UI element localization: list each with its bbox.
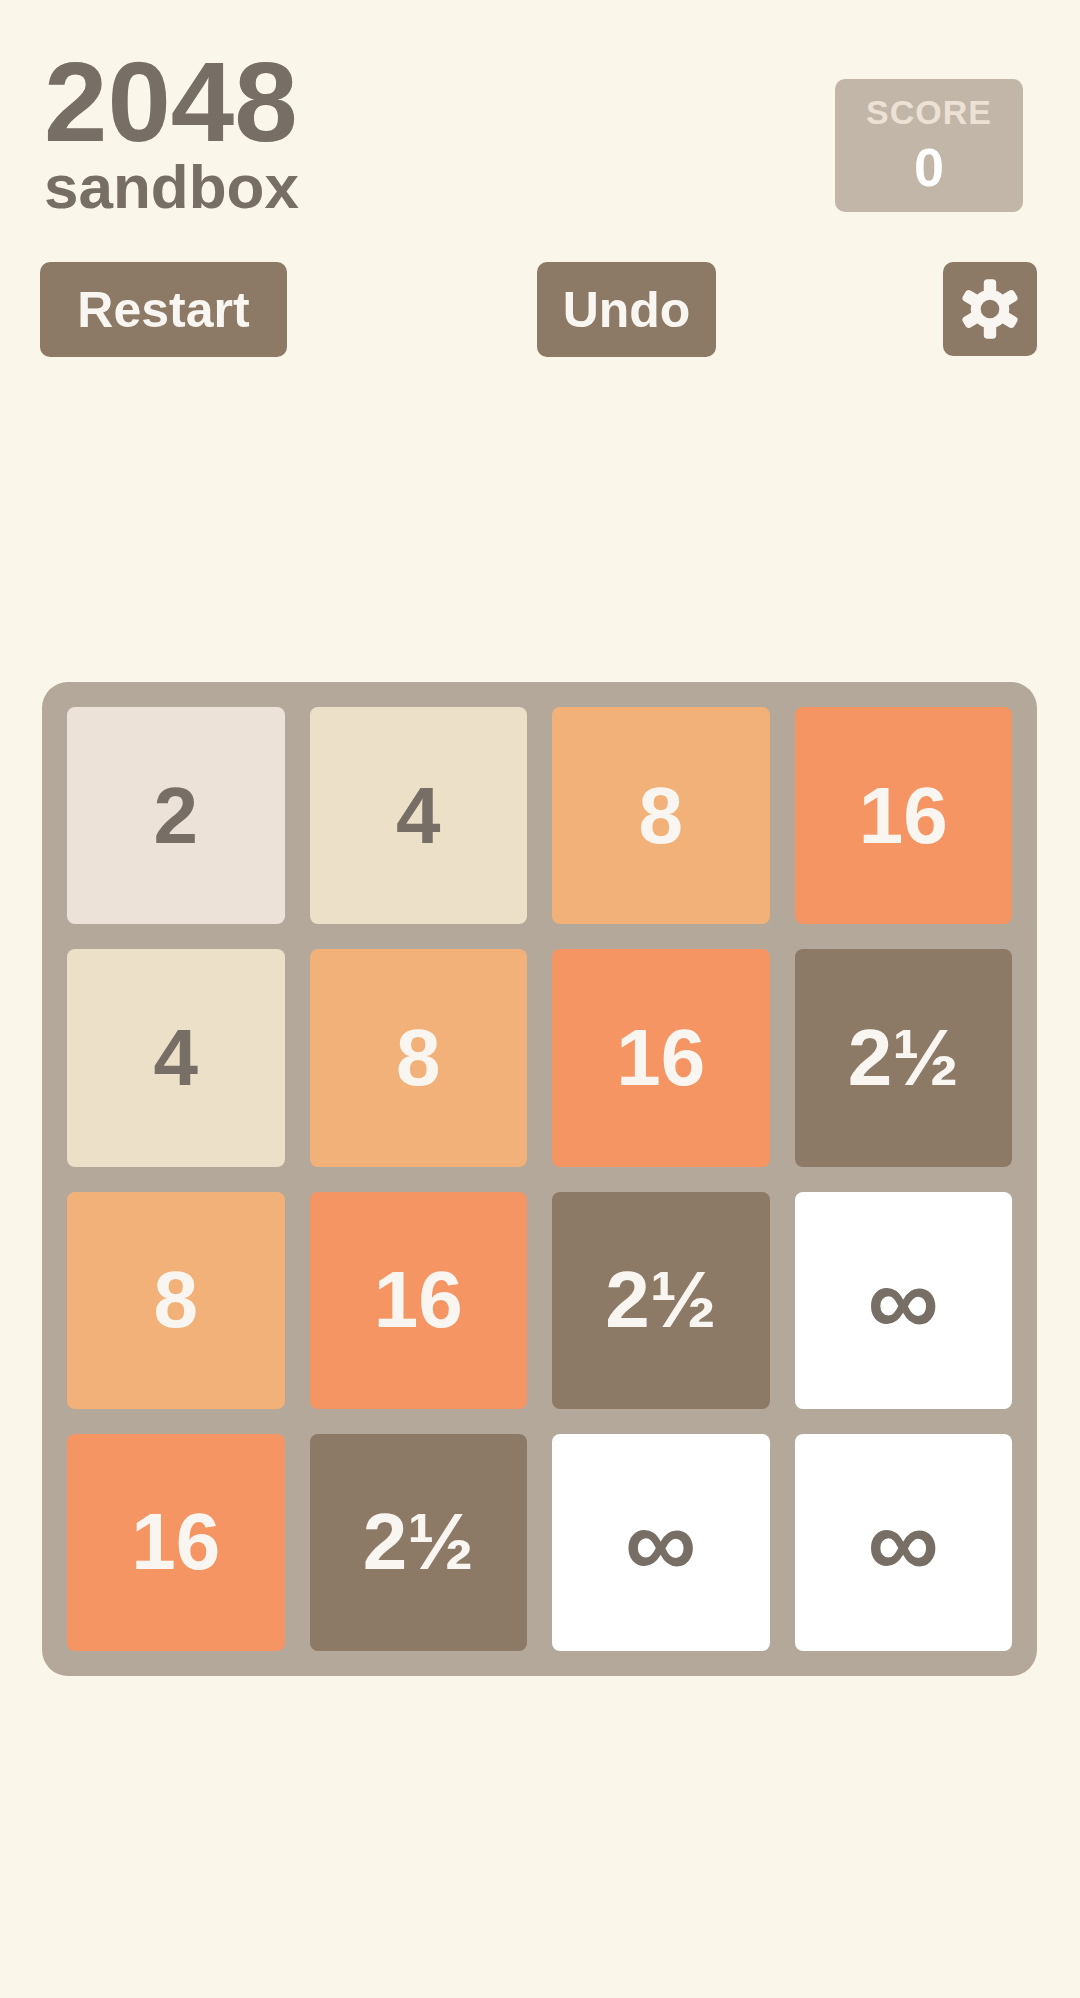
tile-r3c1[interactable]: 8 [67, 1192, 285, 1409]
tile-r4c4[interactable]: ∞ [795, 1434, 1013, 1651]
tile-r2c2[interactable]: 8 [310, 949, 528, 1166]
tile-r3c4[interactable]: ∞ [795, 1192, 1013, 1409]
tile-r4c2[interactable]: 2½ [310, 1434, 528, 1651]
tile-r3c2[interactable]: 16 [310, 1192, 528, 1409]
tile-r3c3[interactable]: 2½ [552, 1192, 770, 1409]
score-label: SCORE [866, 93, 992, 132]
app-title: 2048 [44, 44, 299, 160]
tile-r4c3[interactable]: ∞ [552, 1434, 770, 1651]
tile-r1c1[interactable]: 2 [67, 707, 285, 924]
title-block: 2048 sandbox [44, 44, 299, 213]
tile-r4c1[interactable]: 16 [67, 1434, 285, 1651]
score-box: SCORE 0 [835, 79, 1023, 212]
tile-r1c3[interactable]: 8 [552, 707, 770, 924]
settings-button[interactable] [943, 262, 1037, 356]
game-board[interactable]: 2 4 8 16 4 8 16 2½ 8 16 2½ ∞ 16 2½ ∞ ∞ [42, 682, 1037, 1676]
tile-r2c3[interactable]: 16 [552, 949, 770, 1166]
tile-r1c2[interactable]: 4 [310, 707, 528, 924]
score-value: 0 [914, 136, 944, 198]
app-subtitle: sandbox [44, 162, 299, 213]
restart-button[interactable]: Restart [40, 262, 287, 357]
tile-r2c1[interactable]: 4 [67, 949, 285, 1166]
tile-r1c4[interactable]: 16 [795, 707, 1013, 924]
undo-button[interactable]: Undo [537, 262, 716, 357]
page-root: { "app": { "title": "2048", "subtitle": … [0, 0, 1080, 1998]
tile-r2c4[interactable]: 2½ [795, 949, 1013, 1166]
gear-icon [959, 278, 1021, 340]
